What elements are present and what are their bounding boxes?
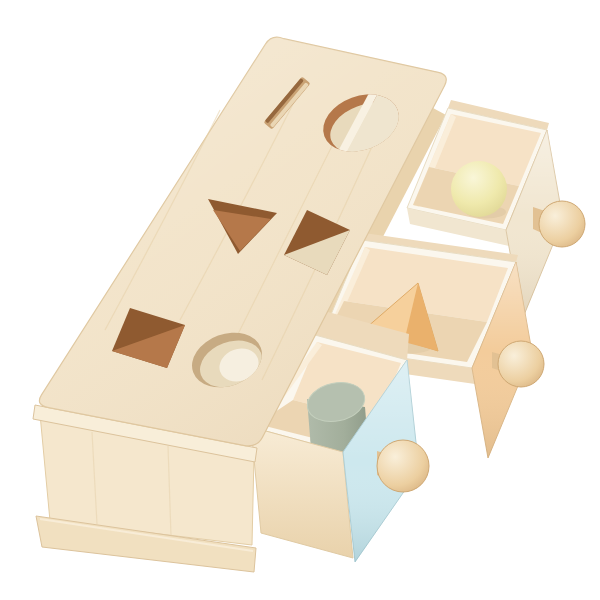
drawer-middle-knob (498, 341, 544, 387)
ball (451, 161, 507, 217)
drawer-top-knob (539, 201, 585, 247)
shape-sorter-illustration (0, 0, 600, 600)
product-photo-canvas (0, 0, 600, 600)
drawer-front-knob (377, 440, 429, 492)
